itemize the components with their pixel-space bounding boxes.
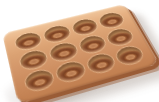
muffin-cup-r1c3: [70, 17, 99, 37]
muffin-cup-r2c2: [49, 41, 79, 63]
muffin-cup-r3c2: [55, 60, 87, 84]
muffin-cup-r3c1: [24, 68, 56, 93]
muffin-cup-r1c4: [97, 11, 126, 30]
muffin-cup-r1c2: [43, 24, 72, 44]
muffin-cup-r2c1: [19, 48, 49, 71]
muffin-cup-r3c3: [85, 52, 117, 75]
product-photo-muffin-pan: [0, 0, 159, 102]
muffin-cup-r1c1: [14, 31, 43, 52]
muffin-cup-r2c4: [105, 27, 135, 48]
muffin-cup-r2c3: [77, 34, 107, 55]
muffin-cup-r3c4: [114, 44, 146, 66]
